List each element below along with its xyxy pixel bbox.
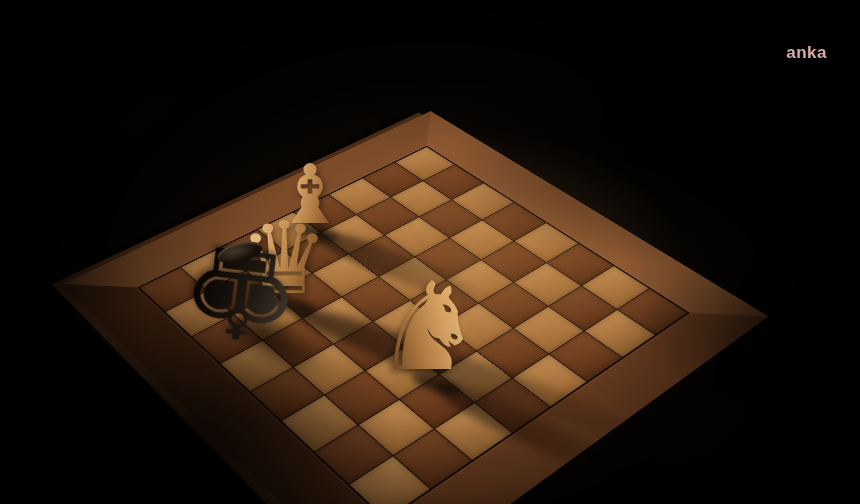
board-squares-grid (140, 147, 687, 504)
chess-board (63, 111, 768, 504)
board-scene (0, 0, 860, 504)
photo-stage: ♝♛♞♚ anka (0, 0, 860, 504)
anka-watermark: anka (786, 43, 827, 63)
